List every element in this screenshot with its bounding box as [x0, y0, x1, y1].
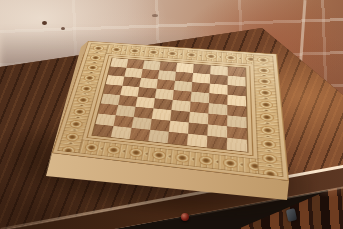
- square-h1: [227, 138, 247, 152]
- photo-scene: [0, 0, 343, 229]
- square-b1: [111, 126, 132, 139]
- square-c1: [129, 128, 150, 141]
- square-f1: [187, 134, 207, 148]
- square-d1: [148, 130, 169, 143]
- square-g1: [207, 136, 227, 150]
- square-e1: [168, 132, 188, 146]
- brick-stain: [152, 14, 158, 17]
- brick-stain: [61, 27, 65, 30]
- brick-stain: [42, 21, 47, 25]
